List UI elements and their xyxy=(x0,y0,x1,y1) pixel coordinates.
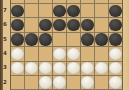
board-cell[interactable] xyxy=(109,62,122,75)
rank-label-strip xyxy=(3,0,11,90)
board-right-margin xyxy=(123,0,129,90)
board-cell[interactable] xyxy=(11,76,24,89)
black-disc[interactable] xyxy=(39,19,51,31)
rank-label: 5 xyxy=(2,37,9,43)
board-cell[interactable] xyxy=(109,0,122,3)
board-cell[interactable] xyxy=(67,4,80,17)
board-cell[interactable] xyxy=(109,4,122,17)
rank-label: 7 xyxy=(2,8,9,14)
board-cell[interactable] xyxy=(25,33,38,46)
rank-label: 2 xyxy=(2,80,9,86)
board-cell[interactable] xyxy=(53,62,66,75)
white-disc[interactable] xyxy=(25,62,37,74)
rank-label: 3 xyxy=(2,66,9,72)
board-cell[interactable] xyxy=(109,33,122,46)
board-cell[interactable] xyxy=(25,0,38,3)
board-cell[interactable] xyxy=(11,33,24,46)
board-cell[interactable] xyxy=(67,33,80,46)
board-cell[interactable] xyxy=(81,0,94,3)
black-disc[interactable] xyxy=(11,19,23,31)
board-cell[interactable] xyxy=(95,0,108,3)
black-disc[interactable] xyxy=(67,19,79,31)
board-cell[interactable] xyxy=(95,47,108,60)
white-disc[interactable] xyxy=(67,62,79,74)
board-cell[interactable] xyxy=(67,0,80,3)
board-cell[interactable] xyxy=(81,62,94,75)
board-cell[interactable] xyxy=(11,47,24,60)
black-disc[interactable] xyxy=(81,19,93,31)
white-disc[interactable] xyxy=(11,62,23,74)
board-cell[interactable] xyxy=(39,0,52,3)
white-disc[interactable] xyxy=(109,62,121,74)
board-cell[interactable] xyxy=(39,33,52,46)
board-cell[interactable] xyxy=(81,4,94,17)
black-disc[interactable] xyxy=(109,33,121,45)
board-cell[interactable] xyxy=(39,62,52,75)
board-cell[interactable] xyxy=(109,76,122,89)
board-cell[interactable] xyxy=(95,18,108,31)
board-cell[interactable] xyxy=(67,62,80,75)
black-disc[interactable] xyxy=(67,5,79,17)
board-cell[interactable] xyxy=(81,47,94,60)
board-cell[interactable] xyxy=(53,76,66,89)
white-disc[interactable] xyxy=(39,76,51,88)
board-cell[interactable] xyxy=(95,62,108,75)
black-disc[interactable] xyxy=(39,33,51,45)
board-cell[interactable] xyxy=(11,62,24,75)
black-disc[interactable] xyxy=(95,33,107,45)
board-cell[interactable] xyxy=(25,62,38,75)
black-disc[interactable] xyxy=(81,33,93,45)
board-cell[interactable] xyxy=(39,18,52,31)
white-disc[interactable] xyxy=(11,48,23,60)
rank-label: 6 xyxy=(2,22,9,28)
board-cell[interactable] xyxy=(53,0,66,3)
white-disc[interactable] xyxy=(95,62,107,74)
board-cell[interactable] xyxy=(95,33,108,46)
board-cell[interactable] xyxy=(81,33,94,46)
white-disc[interactable] xyxy=(53,62,65,74)
board-cell[interactable] xyxy=(67,18,80,31)
board-cell[interactable] xyxy=(39,47,52,60)
board-cell[interactable] xyxy=(53,18,66,31)
white-disc[interactable] xyxy=(39,62,51,74)
board-cell[interactable] xyxy=(67,47,80,60)
board-cell[interactable] xyxy=(81,18,94,31)
board-cell[interactable] xyxy=(25,18,38,31)
board-cell[interactable] xyxy=(95,4,108,17)
board-cell[interactable] xyxy=(39,4,52,17)
black-disc[interactable] xyxy=(11,33,23,45)
black-disc[interactable] xyxy=(109,19,121,31)
board-cell[interactable] xyxy=(53,4,66,17)
board-cell[interactable] xyxy=(25,4,38,17)
board-cell[interactable] xyxy=(109,18,122,31)
board-cell[interactable] xyxy=(53,33,66,46)
black-disc[interactable] xyxy=(53,19,65,31)
board-cell[interactable] xyxy=(11,18,24,31)
board-cell[interactable] xyxy=(11,4,24,17)
board-cell[interactable] xyxy=(109,47,122,60)
white-disc[interactable] xyxy=(81,62,93,74)
white-disc[interactable] xyxy=(109,76,121,88)
white-disc[interactable] xyxy=(109,48,121,60)
board-cell[interactable] xyxy=(11,0,24,3)
game-screenshot-viewport: 765432 xyxy=(0,0,129,90)
board-cell[interactable] xyxy=(81,76,94,89)
black-disc[interactable] xyxy=(25,33,37,45)
rank-label: 4 xyxy=(2,51,9,57)
white-disc[interactable] xyxy=(81,76,93,88)
black-disc[interactable] xyxy=(109,5,121,17)
board-cell[interactable] xyxy=(39,76,52,89)
board-cell[interactable] xyxy=(25,76,38,89)
board-cell[interactable] xyxy=(67,76,80,89)
white-disc[interactable] xyxy=(53,48,65,60)
black-disc[interactable] xyxy=(11,5,23,17)
white-disc[interactable] xyxy=(53,76,65,88)
board-cell[interactable] xyxy=(53,47,66,60)
board-cell[interactable] xyxy=(95,76,108,89)
game-board[interactable] xyxy=(10,0,123,90)
white-disc[interactable] xyxy=(67,48,79,60)
board-cell[interactable] xyxy=(25,47,38,60)
black-disc[interactable] xyxy=(53,5,65,17)
